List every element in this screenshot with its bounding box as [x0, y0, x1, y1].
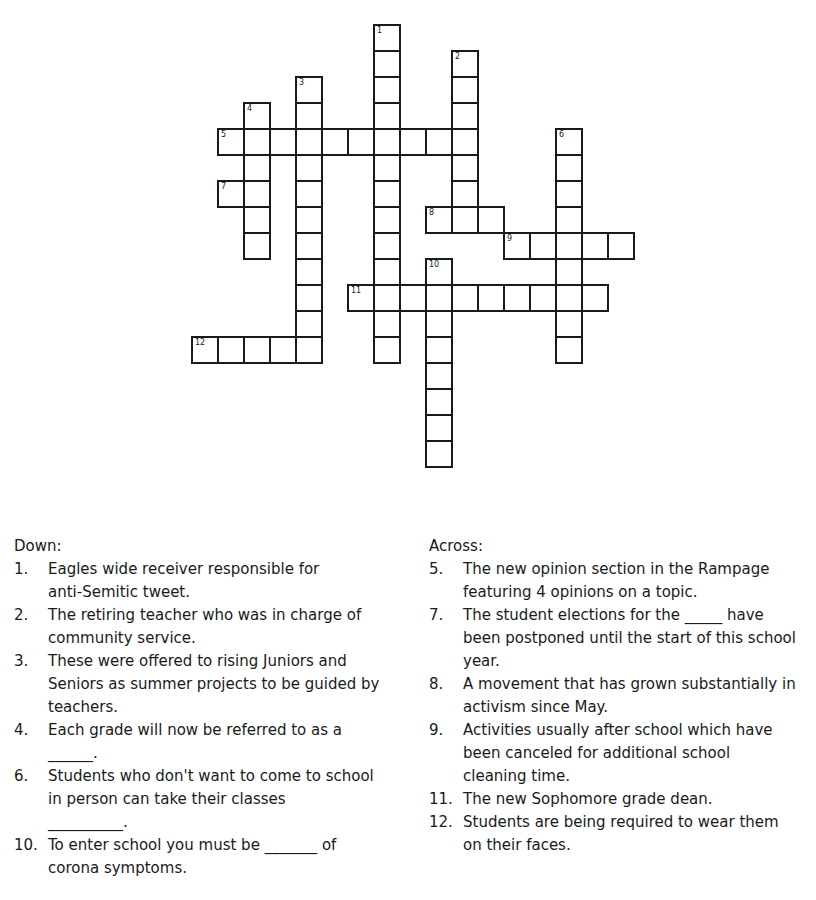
cell-r14-c9[interactable] — [426, 389, 452, 415]
across-clues-column: Across: 5.The new opinion section in the… — [429, 535, 816, 857]
clue-5-across: 5.The new opinion section in the Rampage… — [429, 558, 816, 604]
clue-number: 10. — [14, 834, 48, 880]
cell-number-1: 1 — [377, 26, 382, 36]
cell-r7-c10[interactable] — [452, 207, 478, 233]
cell-r0-c7[interactable]: 1 — [374, 25, 400, 51]
cell-r5-c2[interactable] — [244, 155, 270, 181]
cell-r4-c3[interactable] — [270, 129, 296, 155]
cell-r9-c7[interactable] — [374, 259, 400, 285]
cell-r13-c9[interactable] — [426, 363, 452, 389]
across-clues-list: 5.The new opinion section in the Rampage… — [429, 558, 816, 857]
cell-r6-c2[interactable] — [244, 181, 270, 207]
cell-r10-c4[interactable] — [296, 285, 322, 311]
clue-number: 2. — [14, 604, 48, 650]
cell-r7-c14[interactable] — [556, 207, 582, 233]
cell-r7-c9[interactable]: 8 — [426, 207, 452, 233]
clue-number: 1. — [14, 558, 48, 604]
cell-r12-c2[interactable] — [244, 337, 270, 363]
cell-r7-c4[interactable] — [296, 207, 322, 233]
cell-r2-c7[interactable] — [374, 77, 400, 103]
cell-r2-c10[interactable] — [452, 77, 478, 103]
clue-8-across: 8.A movement that has grown substantiall… — [429, 673, 816, 719]
crossword-grid: 123456789101112 — [192, 25, 634, 467]
clue-text: Activities usually after school which ha… — [463, 719, 816, 788]
cell-r12-c14[interactable] — [556, 337, 582, 363]
cell-r11-c14[interactable] — [556, 311, 582, 337]
cell-r8-c16[interactable] — [608, 233, 634, 259]
cell-number-7: 7 — [221, 182, 226, 192]
cell-r6-c7[interactable] — [374, 181, 400, 207]
clue-text: The student elections for the _____ have… — [463, 604, 816, 673]
cell-r1-c10[interactable]: 2 — [452, 51, 478, 77]
cell-r12-c1[interactable] — [218, 337, 244, 363]
clue-number: 6. — [14, 765, 48, 834]
clue-11-across: 11.The new Sophomore grade dean. — [429, 788, 816, 811]
clue-2-down: 2.The retiring teacher who was in charge… — [14, 604, 406, 650]
cell-number-3: 3 — [299, 78, 304, 88]
cell-r6-c4[interactable] — [296, 181, 322, 207]
cell-r10-c8[interactable] — [400, 285, 426, 311]
clue-4-down: 4.Each grade will now be referred to as … — [14, 719, 406, 765]
cell-r1-c7[interactable] — [374, 51, 400, 77]
cell-r8-c2[interactable] — [244, 233, 270, 259]
clue-number: 11. — [429, 788, 463, 811]
cell-r15-c9[interactable] — [426, 415, 452, 441]
cell-r10-c15[interactable] — [582, 285, 608, 311]
cell-r12-c0[interactable]: 12 — [192, 337, 218, 363]
clue-number: 9. — [429, 719, 463, 788]
cell-r12-c7[interactable] — [374, 337, 400, 363]
clue-number: 5. — [429, 558, 463, 604]
cell-r10-c12[interactable] — [504, 285, 530, 311]
clue-text: The new opinion section in the Rampage f… — [463, 558, 816, 604]
cell-r10-c7[interactable] — [374, 285, 400, 311]
cell-r10-c11[interactable] — [478, 285, 504, 311]
clue-number: 4. — [14, 719, 48, 765]
cell-r12-c3[interactable] — [270, 337, 296, 363]
cell-r8-c15[interactable] — [582, 233, 608, 259]
cell-r8-c7[interactable] — [374, 233, 400, 259]
cell-r8-c12[interactable]: 9 — [504, 233, 530, 259]
cell-r4-c7[interactable] — [374, 129, 400, 155]
cell-r7-c11[interactable] — [478, 207, 504, 233]
clue-number: 3. — [14, 650, 48, 719]
cell-r4-c2[interactable] — [244, 129, 270, 155]
cell-r9-c14[interactable] — [556, 259, 582, 285]
clue-12-across: 12.Students are being required to wear t… — [429, 811, 816, 857]
down-clues-list: 1.Eagles wide receiver responsible for a… — [14, 558, 406, 880]
clue-text: Each grade will now be referred to as a … — [48, 719, 406, 765]
clue-1-down: 1.Eagles wide receiver responsible for a… — [14, 558, 406, 604]
page: { "game": "crossword", "puzzle": { "rows… — [0, 0, 816, 900]
cell-r5-c7[interactable] — [374, 155, 400, 181]
cell-r12-c4[interactable] — [296, 337, 322, 363]
cell-number-6: 6 — [559, 130, 564, 140]
cell-r6-c10[interactable] — [452, 181, 478, 207]
cell-r8-c13[interactable] — [530, 233, 556, 259]
clue-text: Students are being required to wear them… — [463, 811, 816, 857]
clue-text: The new Sophomore grade dean. — [463, 788, 816, 811]
cell-r16-c9[interactable] — [426, 441, 452, 467]
clue-number: 7. — [429, 604, 463, 673]
clue-text: To enter school you must be _______ of c… — [48, 834, 406, 880]
clue-number: 8. — [429, 673, 463, 719]
cell-r3-c4[interactable] — [296, 103, 322, 129]
cell-r3-c7[interactable] — [374, 103, 400, 129]
clue-text: Eagles wide receiver responsible for ant… — [48, 558, 406, 604]
cell-r4-c4[interactable] — [296, 129, 322, 155]
cell-r5-c14[interactable] — [556, 155, 582, 181]
cell-number-4: 4 — [247, 104, 252, 114]
cell-r7-c7[interactable] — [374, 207, 400, 233]
cell-r11-c4[interactable] — [296, 311, 322, 337]
cell-r11-c9[interactable] — [426, 311, 452, 337]
clue-text: Students who don't want to come to schoo… — [48, 765, 406, 834]
cell-r12-c9[interactable] — [426, 337, 452, 363]
cell-number-2: 2 — [455, 52, 460, 62]
down-heading: Down: — [14, 535, 406, 558]
cell-r5-c10[interactable] — [452, 155, 478, 181]
cell-r4-c1[interactable]: 5 — [218, 129, 244, 155]
cell-r4-c8[interactable] — [400, 129, 426, 155]
cell-number-9: 9 — [507, 234, 512, 244]
cell-number-8: 8 — [429, 208, 434, 218]
cell-r4-c10[interactable] — [452, 129, 478, 155]
clue-6-down: 6.Students who don't want to come to sch… — [14, 765, 406, 834]
cell-r2-c4[interactable]: 3 — [296, 77, 322, 103]
cell-number-10: 10 — [429, 260, 439, 270]
cell-number-11: 11 — [351, 286, 361, 296]
clue-3-down: 3.These were offered to rising Juniors a… — [14, 650, 406, 719]
cell-r9-c4[interactable] — [296, 259, 322, 285]
cell-r8-c14[interactable] — [556, 233, 582, 259]
cell-r7-c2[interactable] — [244, 207, 270, 233]
clue-text: The retiring teacher who was in charge o… — [48, 604, 406, 650]
cell-number-5: 5 — [221, 130, 226, 140]
clue-number: 12. — [429, 811, 463, 857]
clue-9-across: 9.Activities usually after school which … — [429, 719, 816, 788]
cell-r4-c6[interactable] — [348, 129, 374, 155]
cell-r6-c14[interactable] — [556, 181, 582, 207]
clue-text: A movement that has grown substantially … — [463, 673, 816, 719]
cell-r10-c9[interactable] — [426, 285, 452, 311]
down-clues-column: Down: 1.Eagles wide receiver responsible… — [14, 535, 406, 880]
cell-r10-c13[interactable] — [530, 285, 556, 311]
cell-r10-c14[interactable] — [556, 285, 582, 311]
cell-r10-c10[interactable] — [452, 285, 478, 311]
cell-r4-c9[interactable] — [426, 129, 452, 155]
cell-r3-c2[interactable]: 4 — [244, 103, 270, 129]
cell-r4-c5[interactable] — [322, 129, 348, 155]
cell-r3-c10[interactable] — [452, 103, 478, 129]
across-heading: Across: — [429, 535, 816, 558]
cell-r6-c1[interactable]: 7 — [218, 181, 244, 207]
clue-10-down: 10.To enter school you must be _______ o… — [14, 834, 406, 880]
clue-text: These were offered to rising Juniors and… — [48, 650, 406, 719]
cell-r9-c9[interactable]: 10 — [426, 259, 452, 285]
cell-r11-c7[interactable] — [374, 311, 400, 337]
clue-7-across: 7.The student elections for the _____ ha… — [429, 604, 816, 673]
cell-r10-c6[interactable]: 11 — [348, 285, 374, 311]
cell-r4-c14[interactable]: 6 — [556, 129, 582, 155]
cell-r5-c4[interactable] — [296, 155, 322, 181]
cell-r8-c4[interactable] — [296, 233, 322, 259]
cell-number-12: 12 — [195, 338, 205, 348]
